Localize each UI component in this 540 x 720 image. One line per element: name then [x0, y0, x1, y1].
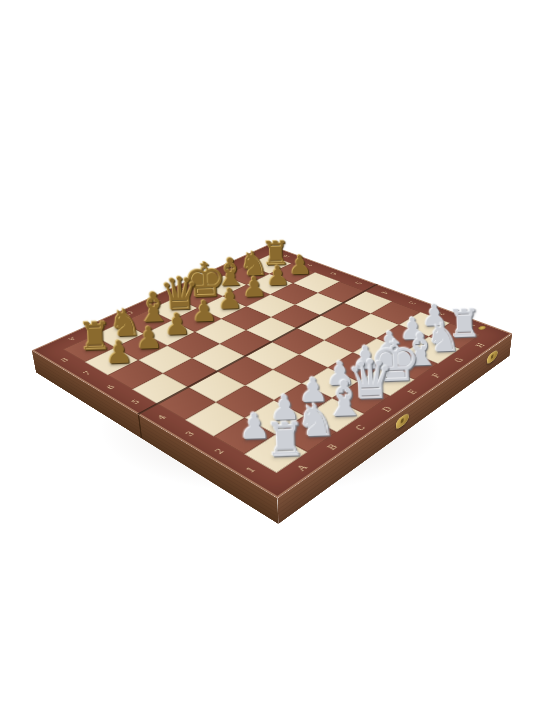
latch-pin — [491, 354, 494, 359]
scene-tilt: ABCDEFGH ABCDEFGH 12345678 12345678 ♜♞♝♛… — [0, 0, 540, 720]
chess-grid: ♜♞♝♛♚♝♞♜♟♟♟♟♟♟♟♟♟♟♟♟♟♟♟♟♜♞♝♛♚♝♞♜ — [63, 255, 481, 473]
square-d1: ♛ — [332, 381, 390, 413]
latch-pin — [400, 418, 403, 424]
square-g5 — [295, 293, 344, 316]
product-photo-stage: ABCDEFGH ABCDEFGH 12345678 12345678 ♜♞♝♛… — [0, 0, 540, 720]
piece-slot: ♛ — [332, 381, 390, 413]
piece-slot: ♟ — [399, 312, 450, 337]
square-h2: ♟ — [399, 312, 450, 337]
chess-board: ABCDEFGH ABCDEFGH 12345678 12345678 ♜♞♝♛… — [32, 244, 513, 498]
board-top-surface: ABCDEFGH ABCDEFGH 12345678 12345678 ♜♞♝♛… — [32, 244, 513, 498]
